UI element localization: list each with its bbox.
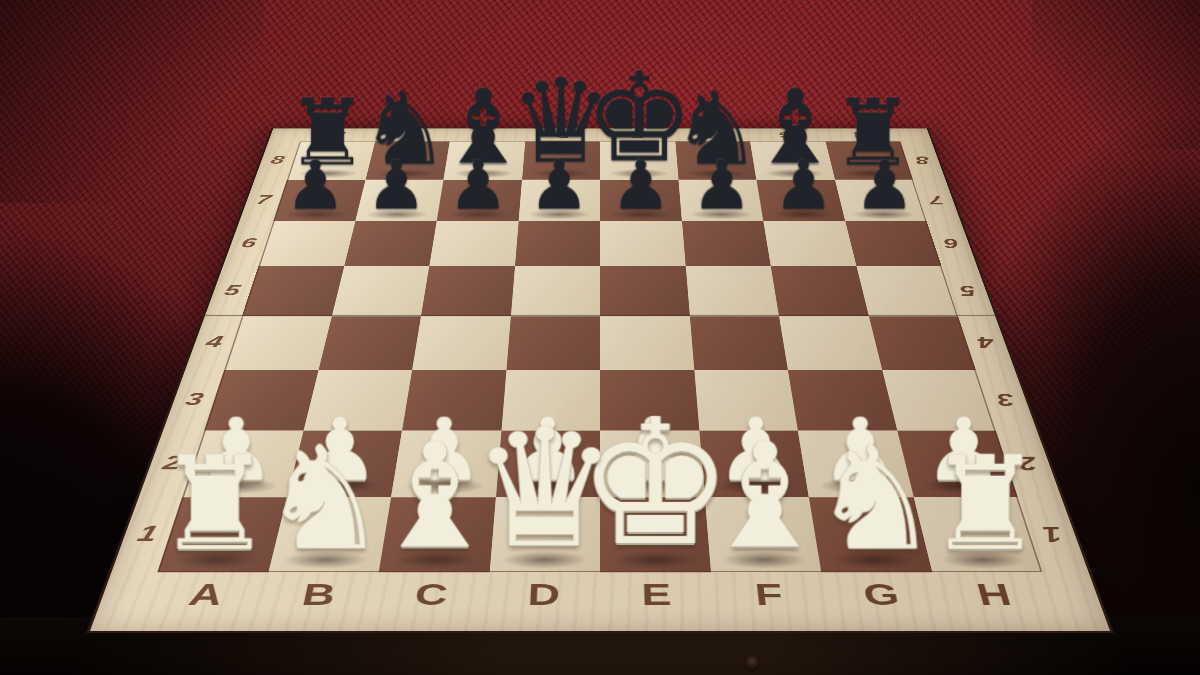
file-label-top-f-text: F bbox=[705, 130, 718, 140]
square-g6[interactable] bbox=[763, 221, 856, 266]
square-g7[interactable]: ♟ bbox=[756, 180, 844, 221]
file-label-bottom-f-text: F bbox=[753, 577, 785, 612]
square-b7[interactable]: ♟ bbox=[355, 180, 443, 221]
file-label-top-e-text: E bbox=[631, 130, 644, 140]
square-h4[interactable] bbox=[868, 316, 975, 370]
square-c5[interactable] bbox=[421, 266, 515, 315]
rank-label-right-4-text: 4 bbox=[975, 333, 997, 351]
black-pawn[interactable]: ♟ bbox=[773, 153, 834, 217]
file-label-top-c-text: C bbox=[481, 130, 496, 140]
square-h7[interactable]: ♟ bbox=[835, 180, 927, 221]
white-knight[interactable]: ♞ bbox=[261, 430, 389, 566]
square-g5[interactable] bbox=[771, 266, 869, 315]
black-pawn[interactable]: ♟ bbox=[529, 153, 590, 217]
file-label-top-g-text: G bbox=[778, 130, 795, 140]
file-label-top-a-text: A bbox=[331, 130, 348, 140]
square-g1[interactable]: ♞ bbox=[809, 497, 932, 572]
file-label-bottom-f: F bbox=[711, 572, 831, 631]
file-label-bottom-b-text: B bbox=[299, 577, 339, 612]
square-f1[interactable]: ♝ bbox=[704, 497, 821, 572]
square-c6[interactable] bbox=[429, 221, 518, 266]
file-label-bottom-c-text: C bbox=[413, 577, 450, 612]
black-pawn[interactable]: ♟ bbox=[285, 153, 346, 217]
file-label-top-b-text: B bbox=[406, 130, 422, 140]
square-d4[interactable] bbox=[506, 316, 600, 370]
rank-label-right-6-text: 6 bbox=[941, 236, 961, 251]
file-label-top-d-text: D bbox=[555, 130, 569, 140]
square-c7[interactable]: ♟ bbox=[437, 180, 522, 221]
file-label-bottom-d: D bbox=[485, 572, 601, 631]
file-label-bottom-g: G bbox=[821, 572, 946, 631]
file-label-bottom-d-text: D bbox=[527, 577, 561, 612]
square-d6[interactable] bbox=[515, 221, 600, 266]
file-label-bottom-b: B bbox=[254, 572, 379, 631]
square-a7[interactable]: ♟ bbox=[273, 180, 365, 221]
black-pawn[interactable]: ♟ bbox=[366, 153, 427, 217]
white-rook[interactable]: ♜ bbox=[156, 443, 272, 566]
square-f6[interactable] bbox=[682, 221, 771, 266]
square-f7[interactable]: ♟ bbox=[678, 180, 763, 221]
file-label-bottom-a: A bbox=[138, 572, 268, 631]
file-label-bottom-c: C bbox=[369, 572, 489, 631]
square-e6[interactable] bbox=[600, 221, 685, 266]
rank-label-left-6-text: 6 bbox=[239, 236, 259, 251]
black-pawn[interactable]: ♟ bbox=[610, 153, 671, 217]
box-clasp bbox=[744, 656, 760, 671]
black-pawn[interactable]: ♟ bbox=[854, 153, 915, 217]
file-label-bottom-h-text: H bbox=[973, 577, 1015, 612]
square-a4[interactable] bbox=[224, 316, 331, 370]
rank-label-left-8-text: 8 bbox=[269, 154, 287, 167]
black-pawn[interactable]: ♟ bbox=[692, 153, 753, 217]
rank-label-right-8-text: 8 bbox=[914, 154, 932, 167]
rank-label-right-5-text: 5 bbox=[957, 282, 978, 298]
file-label-bottom-a-text: A bbox=[185, 577, 227, 612]
square-a6[interactable] bbox=[259, 221, 356, 266]
black-pawn[interactable]: ♟ bbox=[448, 153, 509, 217]
file-label-bottom-e: E bbox=[600, 572, 716, 631]
rank-label-left-7-text: 7 bbox=[254, 193, 273, 207]
file-label-top-h-text: H bbox=[853, 130, 870, 140]
square-e4[interactable] bbox=[600, 316, 694, 370]
square-b6[interactable] bbox=[344, 221, 437, 266]
square-g4[interactable] bbox=[779, 316, 882, 370]
square-d1[interactable]: ♛ bbox=[489, 497, 600, 572]
square-c4[interactable] bbox=[412, 316, 510, 370]
file-label-bottom-h: H bbox=[932, 572, 1062, 631]
file-label-bottom-g-text: G bbox=[860, 577, 902, 612]
square-a5[interactable] bbox=[242, 266, 344, 315]
square-e7[interactable]: ♟ bbox=[600, 180, 682, 221]
rank-label-right-7-text: 7 bbox=[927, 193, 946, 207]
square-b4[interactable] bbox=[318, 316, 421, 370]
square-h6[interactable] bbox=[845, 221, 942, 266]
square-f4[interactable] bbox=[689, 316, 787, 370]
white-queen[interactable]: ♛ bbox=[471, 410, 618, 566]
square-d7[interactable]: ♟ bbox=[518, 180, 600, 221]
rank-label-left-4-text: 4 bbox=[203, 333, 225, 351]
square-e5[interactable] bbox=[600, 266, 689, 315]
square-h5[interactable] bbox=[856, 266, 958, 315]
square-d5[interactable] bbox=[511, 266, 600, 315]
rank-label-left-5-text: 5 bbox=[222, 282, 243, 298]
square-b5[interactable] bbox=[332, 266, 430, 315]
photo-scene: ABCDEFGH8♜♞♝♛♚♞♝♜87♟♟♟♟♟♟♟♟7665544332♟♟♟… bbox=[0, 0, 1200, 675]
square-f5[interactable] bbox=[685, 266, 779, 315]
file-label-bottom-e-text: E bbox=[641, 577, 672, 612]
white-knight[interactable]: ♞ bbox=[811, 430, 939, 566]
square-b1[interactable]: ♞ bbox=[268, 497, 391, 572]
